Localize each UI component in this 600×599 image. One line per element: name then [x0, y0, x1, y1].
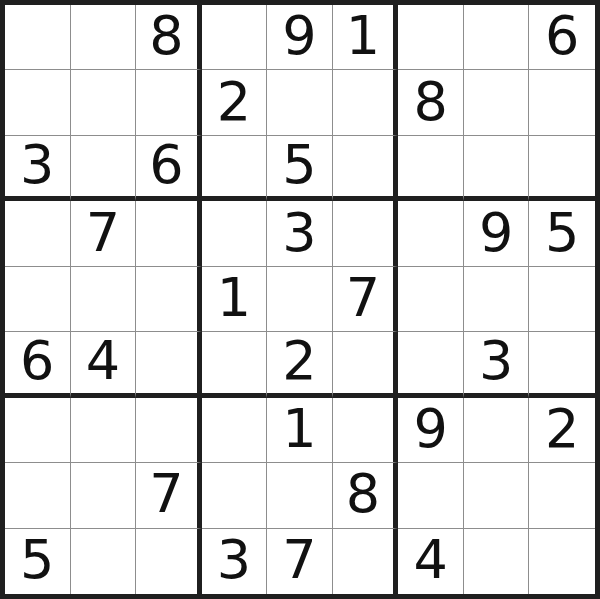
cell-r3c7[interactable]	[398, 136, 464, 201]
cell-r8c7[interactable]	[398, 463, 464, 528]
cell-r8c8[interactable]	[464, 463, 530, 528]
cell-r3c4[interactable]	[202, 136, 268, 201]
cell-r3c2[interactable]	[71, 136, 137, 201]
given-digit: 8	[149, 9, 183, 63]
given-digit: 3	[217, 533, 251, 587]
cell-r9c2[interactable]	[71, 529, 137, 594]
given-digit: 8	[346, 467, 380, 521]
given-digit: 6	[20, 334, 54, 388]
given-digit: 2	[282, 334, 316, 388]
given-digit: 5	[20, 533, 54, 587]
cell-r4c3[interactable]	[136, 201, 202, 266]
given-digit: 9	[479, 206, 513, 260]
cell-r3c8[interactable]	[464, 136, 530, 201]
cell-r9c9[interactable]	[529, 529, 595, 594]
cell-r3c5[interactable]: 5	[267, 136, 333, 201]
cell-r2c5[interactable]	[267, 70, 333, 135]
cell-r5c9[interactable]	[529, 267, 595, 332]
cell-r8c6[interactable]: 8	[333, 463, 399, 528]
cell-r2c8[interactable]	[464, 70, 530, 135]
cell-r7c4[interactable]	[202, 398, 268, 463]
cell-r1c2[interactable]	[71, 5, 137, 70]
cell-r8c5[interactable]	[267, 463, 333, 528]
given-digit: 7	[346, 271, 380, 325]
cell-r6c1[interactable]: 6	[5, 332, 71, 397]
cell-r2c6[interactable]	[333, 70, 399, 135]
cell-r7c1[interactable]	[5, 398, 71, 463]
cell-r9c1[interactable]: 5	[5, 529, 71, 594]
cell-r4c5[interactable]: 3	[267, 201, 333, 266]
cell-r8c4[interactable]	[202, 463, 268, 528]
cell-r7c9[interactable]: 2	[529, 398, 595, 463]
cell-r6c8[interactable]: 3	[464, 332, 530, 397]
given-digit: 2	[545, 402, 579, 456]
cell-r8c2[interactable]	[71, 463, 137, 528]
cell-r7c5[interactable]: 1	[267, 398, 333, 463]
cell-r9c7[interactable]: 4	[398, 529, 464, 594]
cell-r6c5[interactable]: 2	[267, 332, 333, 397]
given-digit: 9	[413, 402, 447, 456]
cell-r5c7[interactable]	[398, 267, 464, 332]
given-digit: 7	[282, 533, 316, 587]
cell-r6c7[interactable]	[398, 332, 464, 397]
cell-r2c9[interactable]	[529, 70, 595, 135]
cell-r3c9[interactable]	[529, 136, 595, 201]
cell-r4c4[interactable]	[202, 201, 268, 266]
cell-r8c1[interactable]	[5, 463, 71, 528]
cell-r6c6[interactable]	[333, 332, 399, 397]
cell-r9c5[interactable]: 7	[267, 529, 333, 594]
cell-r4c9[interactable]: 5	[529, 201, 595, 266]
given-digit: 6	[149, 138, 183, 192]
given-digit: 6	[545, 9, 579, 63]
cell-r4c1[interactable]	[5, 201, 71, 266]
cell-r9c3[interactable]	[136, 529, 202, 594]
cell-r7c8[interactable]	[464, 398, 530, 463]
cell-r5c6[interactable]: 7	[333, 267, 399, 332]
given-digit: 3	[282, 206, 316, 260]
cell-r4c2[interactable]: 7	[71, 201, 137, 266]
cell-r1c8[interactable]	[464, 5, 530, 70]
given-digit: 4	[413, 533, 447, 587]
cell-r7c7[interactable]: 9	[398, 398, 464, 463]
sudoku-board: 8916283657395176423192785374	[0, 0, 600, 599]
given-digit: 3	[479, 334, 513, 388]
given-digit: 5	[282, 138, 316, 192]
cell-r9c8[interactable]	[464, 529, 530, 594]
cell-r1c7[interactable]	[398, 5, 464, 70]
cell-r6c4[interactable]	[202, 332, 268, 397]
cell-r7c6[interactable]	[333, 398, 399, 463]
cell-r8c3[interactable]: 7	[136, 463, 202, 528]
cell-r7c3[interactable]	[136, 398, 202, 463]
cell-r5c8[interactable]	[464, 267, 530, 332]
cell-r3c1[interactable]: 3	[5, 136, 71, 201]
given-digit: 3	[20, 138, 54, 192]
cell-r6c2[interactable]: 4	[71, 332, 137, 397]
given-digit: 7	[86, 206, 120, 260]
cell-r5c4[interactable]: 1	[202, 267, 268, 332]
cell-r3c6[interactable]	[333, 136, 399, 201]
given-digit: 2	[217, 75, 251, 129]
cell-r6c9[interactable]	[529, 332, 595, 397]
cell-r2c3[interactable]	[136, 70, 202, 135]
cell-r2c1[interactable]	[5, 70, 71, 135]
cell-r1c1[interactable]	[5, 5, 71, 70]
given-digit: 1	[282, 402, 316, 456]
cell-r1c3[interactable]: 8	[136, 5, 202, 70]
cell-r6c3[interactable]	[136, 332, 202, 397]
cell-r5c5[interactable]	[267, 267, 333, 332]
given-digit: 4	[86, 334, 120, 388]
cell-r2c4[interactable]: 2	[202, 70, 268, 135]
given-digit: 9	[282, 9, 316, 63]
given-digit: 8	[413, 75, 447, 129]
cell-r4c7[interactable]	[398, 201, 464, 266]
cell-r3c3[interactable]: 6	[136, 136, 202, 201]
cell-r4c8[interactable]: 9	[464, 201, 530, 266]
given-digit: 5	[545, 206, 579, 260]
given-digit: 1	[217, 271, 251, 325]
cell-r8c9[interactable]	[529, 463, 595, 528]
cell-r5c1[interactable]	[5, 267, 71, 332]
cell-r2c7[interactable]: 8	[398, 70, 464, 135]
cell-r4c6[interactable]	[333, 201, 399, 266]
cell-r1c5[interactable]: 9	[267, 5, 333, 70]
given-digit: 1	[346, 9, 380, 63]
cell-r9c4[interactable]: 3	[202, 529, 268, 594]
cell-r2c2[interactable]	[71, 70, 137, 135]
cell-r9c6[interactable]	[333, 529, 399, 594]
cell-r1c4[interactable]	[202, 5, 268, 70]
cell-r1c9[interactable]: 6	[529, 5, 595, 70]
cell-r5c3[interactable]	[136, 267, 202, 332]
sudoku-page: 8916283657395176423192785374	[0, 0, 600, 599]
given-digit: 7	[149, 467, 183, 521]
cell-r1c6[interactable]: 1	[333, 5, 399, 70]
cell-r7c2[interactable]	[71, 398, 137, 463]
cell-r5c2[interactable]	[71, 267, 137, 332]
